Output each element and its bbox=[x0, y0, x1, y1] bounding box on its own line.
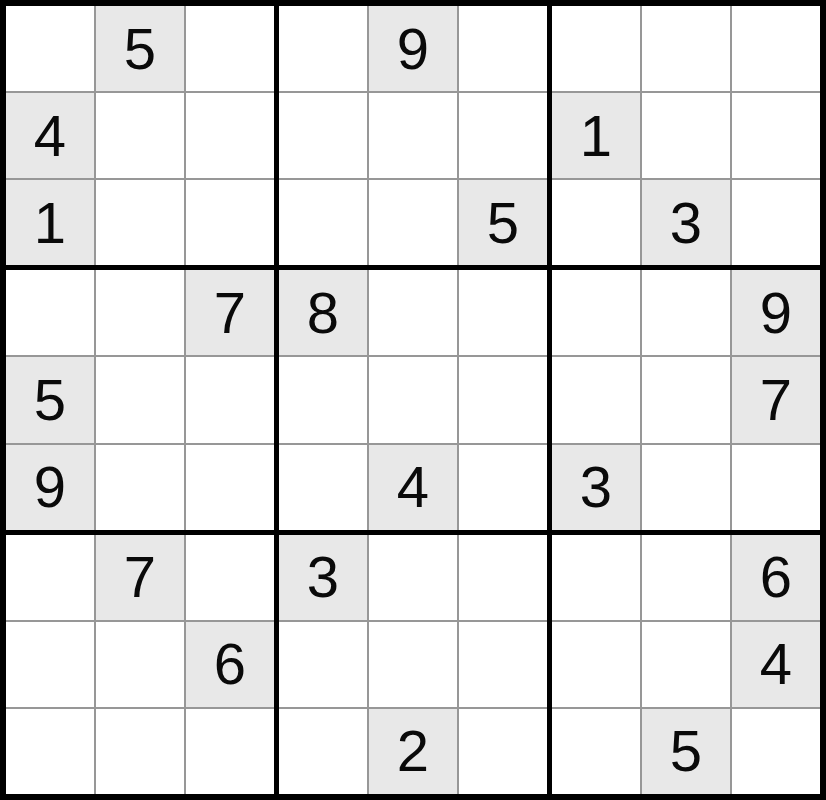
cell-r6c9[interactable] bbox=[732, 445, 820, 530]
cell-r7c1[interactable] bbox=[6, 535, 94, 620]
cell-r1c6[interactable] bbox=[459, 6, 547, 91]
cell-r5c5[interactable] bbox=[369, 357, 457, 442]
cell-r1c4[interactable] bbox=[279, 6, 367, 91]
cell-r9c1[interactable] bbox=[6, 709, 94, 794]
cell-r2c2[interactable] bbox=[96, 93, 184, 178]
box-3: 13 bbox=[552, 6, 820, 265]
cell-r8c4[interactable] bbox=[279, 622, 367, 707]
cell-r5c7[interactable] bbox=[552, 357, 640, 442]
cell-r8c3[interactable]: 6 bbox=[186, 622, 274, 707]
cell-r6c3[interactable] bbox=[186, 445, 274, 530]
cell-r6c4[interactable] bbox=[279, 445, 367, 530]
cell-r3c8[interactable]: 3 bbox=[642, 180, 730, 265]
box-5: 84 bbox=[279, 270, 547, 529]
cell-r8c9[interactable]: 4 bbox=[732, 622, 820, 707]
cell-r1c8[interactable] bbox=[642, 6, 730, 91]
cell-r1c2[interactable]: 5 bbox=[96, 6, 184, 91]
cell-r6c1[interactable]: 9 bbox=[6, 445, 94, 530]
cell-r2c4[interactable] bbox=[279, 93, 367, 178]
cell-r7c3[interactable] bbox=[186, 535, 274, 620]
cell-r9c6[interactable] bbox=[459, 709, 547, 794]
cell-r3c7[interactable] bbox=[552, 180, 640, 265]
cell-r5c6[interactable] bbox=[459, 357, 547, 442]
cell-r8c2[interactable] bbox=[96, 622, 184, 707]
cell-r8c6[interactable] bbox=[459, 622, 547, 707]
cell-r7c6[interactable] bbox=[459, 535, 547, 620]
box-4: 759 bbox=[6, 270, 274, 529]
cell-r6c8[interactable] bbox=[642, 445, 730, 530]
cell-r2c9[interactable] bbox=[732, 93, 820, 178]
cell-r2c7[interactable]: 1 bbox=[552, 93, 640, 178]
cell-r4c2[interactable] bbox=[96, 270, 184, 355]
box-6: 973 bbox=[552, 270, 820, 529]
cell-r3c9[interactable] bbox=[732, 180, 820, 265]
cell-r3c5[interactable] bbox=[369, 180, 457, 265]
cell-r5c9[interactable]: 7 bbox=[732, 357, 820, 442]
cell-r3c3[interactable] bbox=[186, 180, 274, 265]
cell-r1c1[interactable] bbox=[6, 6, 94, 91]
cell-r9c3[interactable] bbox=[186, 709, 274, 794]
cell-r4c9[interactable]: 9 bbox=[732, 270, 820, 355]
cell-r4c5[interactable] bbox=[369, 270, 457, 355]
cell-r8c5[interactable] bbox=[369, 622, 457, 707]
cell-r5c4[interactable] bbox=[279, 357, 367, 442]
cell-r9c7[interactable] bbox=[552, 709, 640, 794]
cell-r6c2[interactable] bbox=[96, 445, 184, 530]
cell-r2c1[interactable]: 4 bbox=[6, 93, 94, 178]
box-7: 76 bbox=[6, 535, 274, 794]
cell-r1c7[interactable] bbox=[552, 6, 640, 91]
cell-r6c6[interactable] bbox=[459, 445, 547, 530]
cell-r7c7[interactable] bbox=[552, 535, 640, 620]
cell-r3c4[interactable] bbox=[279, 180, 367, 265]
cell-r5c1[interactable]: 5 bbox=[6, 357, 94, 442]
cell-r7c8[interactable] bbox=[642, 535, 730, 620]
cell-r2c6[interactable] bbox=[459, 93, 547, 178]
cell-r6c7[interactable]: 3 bbox=[552, 445, 640, 530]
cell-r4c4[interactable]: 8 bbox=[279, 270, 367, 355]
cell-r4c3[interactable]: 7 bbox=[186, 270, 274, 355]
cell-r9c5[interactable]: 2 bbox=[369, 709, 457, 794]
cell-r4c6[interactable] bbox=[459, 270, 547, 355]
cell-r9c4[interactable] bbox=[279, 709, 367, 794]
cell-r9c9[interactable] bbox=[732, 709, 820, 794]
cell-r7c4[interactable]: 3 bbox=[279, 535, 367, 620]
box-1: 541 bbox=[6, 6, 274, 265]
sudoku-board: 5419513759849737632645 bbox=[0, 0, 826, 800]
cell-r5c2[interactable] bbox=[96, 357, 184, 442]
cell-r6c5[interactable]: 4 bbox=[369, 445, 457, 530]
cell-r7c5[interactable] bbox=[369, 535, 457, 620]
cell-r3c1[interactable]: 1 bbox=[6, 180, 94, 265]
cell-r2c5[interactable] bbox=[369, 93, 457, 178]
cell-r9c8[interactable]: 5 bbox=[642, 709, 730, 794]
cell-r2c3[interactable] bbox=[186, 93, 274, 178]
box-2: 95 bbox=[279, 6, 547, 265]
cell-r5c8[interactable] bbox=[642, 357, 730, 442]
cell-r1c5[interactable]: 9 bbox=[369, 6, 457, 91]
cell-r8c1[interactable] bbox=[6, 622, 94, 707]
cell-r1c3[interactable] bbox=[186, 6, 274, 91]
cell-r7c9[interactable]: 6 bbox=[732, 535, 820, 620]
cell-r1c9[interactable] bbox=[732, 6, 820, 91]
cell-r3c6[interactable]: 5 bbox=[459, 180, 547, 265]
cell-r9c2[interactable] bbox=[96, 709, 184, 794]
box-9: 645 bbox=[552, 535, 820, 794]
cell-r4c1[interactable] bbox=[6, 270, 94, 355]
cell-r2c8[interactable] bbox=[642, 93, 730, 178]
cell-r3c2[interactable] bbox=[96, 180, 184, 265]
cell-r8c8[interactable] bbox=[642, 622, 730, 707]
cell-r5c3[interactable] bbox=[186, 357, 274, 442]
cell-r4c7[interactable] bbox=[552, 270, 640, 355]
cell-r4c8[interactable] bbox=[642, 270, 730, 355]
cell-r7c2[interactable]: 7 bbox=[96, 535, 184, 620]
box-8: 32 bbox=[279, 535, 547, 794]
cell-r8c7[interactable] bbox=[552, 622, 640, 707]
